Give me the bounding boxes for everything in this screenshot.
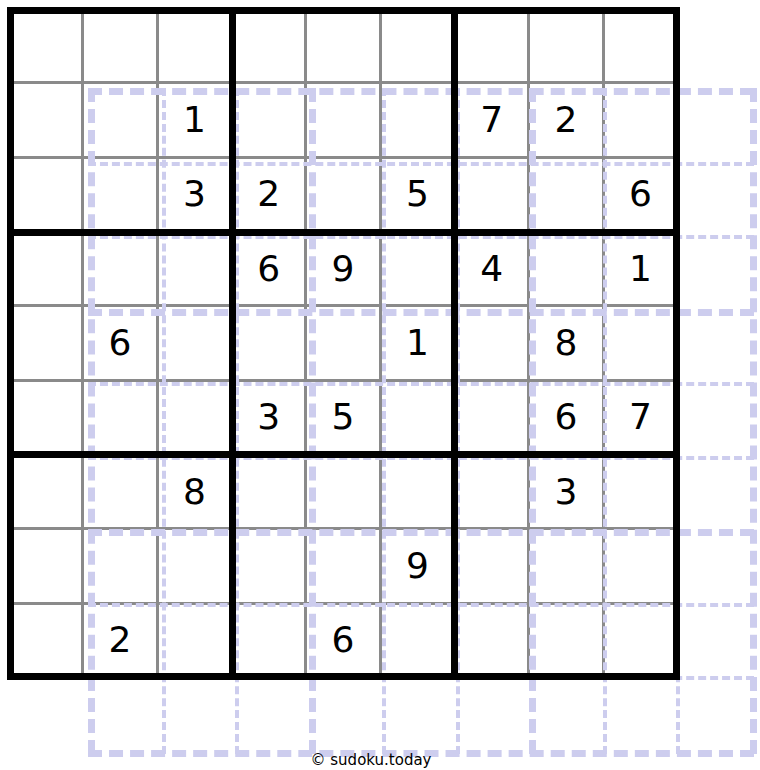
cell-r6c5[interactable]: 5 [307, 382, 378, 453]
cell-r6c2[interactable] [84, 382, 155, 453]
cell-r1c4[interactable] [233, 10, 304, 81]
cell-r9c7[interactable] [456, 605, 527, 676]
cell-r3c4[interactable]: 2 [233, 159, 304, 230]
cell-r8c2[interactable] [84, 530, 155, 601]
box-divider-v1 [229, 7, 236, 680]
cell-r1c7[interactable] [456, 10, 527, 81]
box-divider-v2 [451, 7, 458, 680]
cell-r4c9[interactable]: 1 [605, 233, 676, 304]
cell-r6c8[interactable]: 6 [530, 382, 601, 453]
cell-r8c4[interactable] [233, 530, 304, 601]
cell-r5c8[interactable]: 8 [530, 307, 601, 378]
grid-border-bottom [7, 673, 680, 680]
cell-r4c5[interactable]: 9 [307, 233, 378, 304]
cell-r9c2[interactable]: 2 [84, 605, 155, 676]
grid-border-right [673, 7, 680, 680]
cell-r9c4[interactable] [233, 605, 304, 676]
cell-r2c9[interactable] [605, 84, 676, 155]
cell-r3c3[interactable]: 3 [159, 159, 230, 230]
cell-r8c5[interactable] [307, 530, 378, 601]
cell-r4c7[interactable]: 4 [456, 233, 527, 304]
cell-r2c1[interactable] [10, 84, 81, 155]
cell-r7c8[interactable]: 3 [530, 456, 601, 527]
cell-r6c3[interactable] [159, 382, 230, 453]
cell-r7c7[interactable] [456, 456, 527, 527]
cell-r9c1[interactable] [10, 605, 81, 676]
cell-r6c7[interactable] [456, 382, 527, 453]
cell-r9c5[interactable]: 6 [307, 605, 378, 676]
grid-border-top [7, 7, 680, 14]
cell-r9c3[interactable] [159, 605, 230, 676]
cell-r3c2[interactable] [84, 159, 155, 230]
cell-r5c9[interactable] [605, 307, 676, 378]
cell-r2c6[interactable] [382, 84, 453, 155]
cell-r7c5[interactable] [307, 456, 378, 527]
cell-r6c6[interactable] [382, 382, 453, 453]
cell-r5c1[interactable] [10, 307, 81, 378]
cell-r1c2[interactable] [84, 10, 155, 81]
site-credit: © sudoku.today [0, 751, 742, 769]
cell-r2c5[interactable] [307, 84, 378, 155]
cell-r3c9[interactable]: 6 [605, 159, 676, 230]
cell-r4c3[interactable] [159, 233, 230, 304]
cell-r4c2[interactable] [84, 233, 155, 304]
cell-r8c8[interactable] [530, 530, 601, 601]
cell-r5c6[interactable]: 1 [382, 307, 453, 378]
box-divider-h2 [7, 451, 680, 458]
box-divider-h1 [7, 229, 680, 236]
cell-r8c7[interactable] [456, 530, 527, 601]
cell-r2c3[interactable]: 1 [159, 84, 230, 155]
cell-r4c1[interactable] [10, 233, 81, 304]
cell-r8c1[interactable] [10, 530, 81, 601]
cell-r7c2[interactable] [84, 456, 155, 527]
cell-r6c4[interactable]: 3 [233, 382, 304, 453]
cell-r5c7[interactable] [456, 307, 527, 378]
cell-r9c8[interactable] [530, 605, 601, 676]
cell-r1c5[interactable] [307, 10, 378, 81]
cell-r7c3[interactable]: 8 [159, 456, 230, 527]
cell-r4c6[interactable] [382, 233, 453, 304]
cell-r4c8[interactable] [530, 233, 601, 304]
cell-r3c6[interactable]: 5 [382, 159, 453, 230]
cell-r6c1[interactable] [10, 382, 81, 453]
cell-r7c4[interactable] [233, 456, 304, 527]
cell-r9c6[interactable] [382, 605, 453, 676]
cell-r6c9[interactable]: 7 [605, 382, 676, 453]
cell-r1c3[interactable] [159, 10, 230, 81]
cell-r5c5[interactable] [307, 307, 378, 378]
cell-r1c8[interactable] [530, 10, 601, 81]
cell-r7c9[interactable] [605, 456, 676, 527]
cell-r9c9[interactable] [605, 605, 676, 676]
cell-r1c9[interactable] [605, 10, 676, 81]
cell-r7c1[interactable] [10, 456, 81, 527]
grid-border-left [7, 7, 14, 680]
cell-r2c4[interactable] [233, 84, 304, 155]
cell-r3c7[interactable] [456, 159, 527, 230]
cell-r3c5[interactable] [307, 159, 378, 230]
cell-r5c2[interactable]: 6 [84, 307, 155, 378]
cell-r3c8[interactable] [530, 159, 601, 230]
cell-r4c4[interactable]: 6 [233, 233, 304, 304]
cell-r8c6[interactable]: 9 [382, 530, 453, 601]
cell-r7c6[interactable] [382, 456, 453, 527]
cell-r8c3[interactable] [159, 530, 230, 601]
cell-r1c6[interactable] [382, 10, 453, 81]
cell-r5c3[interactable] [159, 307, 230, 378]
cell-r8c9[interactable] [605, 530, 676, 601]
cell-r2c2[interactable] [84, 84, 155, 155]
cell-r1c1[interactable] [10, 10, 81, 81]
cell-r5c4[interactable] [233, 307, 304, 378]
cell-r2c7[interactable]: 7 [456, 84, 527, 155]
sudoku-grid: 17232566941618356783926 [10, 10, 676, 676]
cell-r2c8[interactable]: 2 [530, 84, 601, 155]
overlay-line-v9 [750, 88, 757, 754]
sudoku-page: 17232566941618356783926 © sudoku.today [0, 0, 760, 770]
cell-r3c1[interactable] [10, 159, 81, 230]
